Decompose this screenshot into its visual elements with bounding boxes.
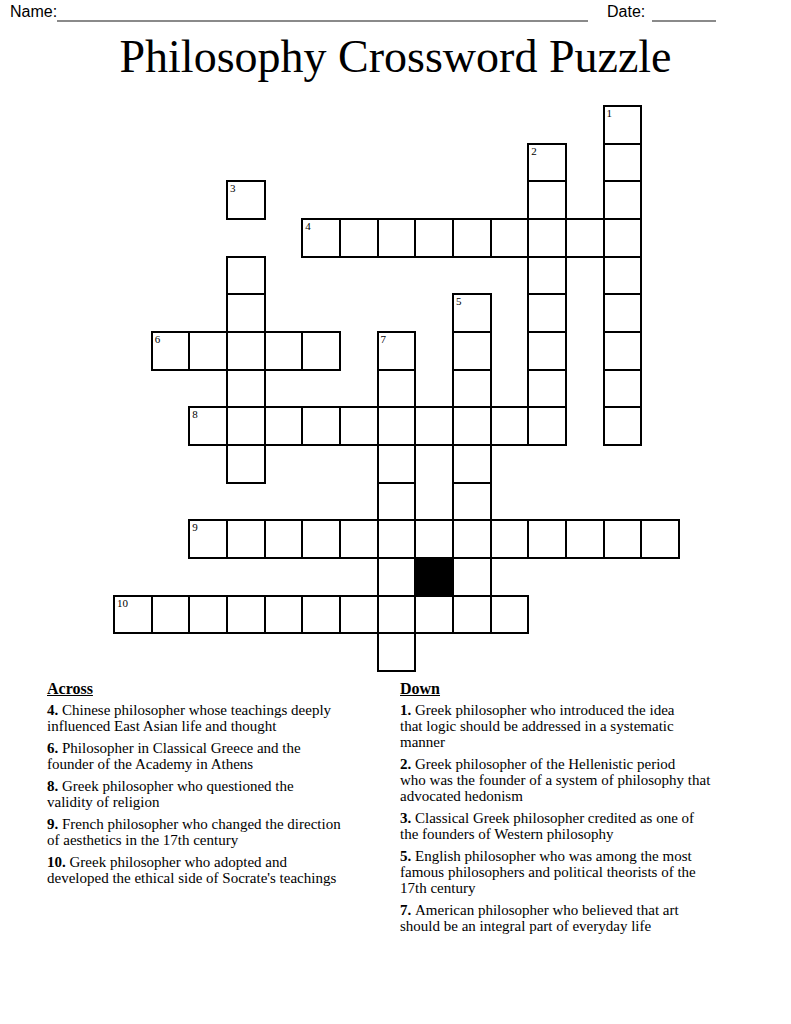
grid-cell-r8-c6[interactable] [339,406,379,446]
clue-number: 1. [400,702,415,718]
grid-cell-r3-c6[interactable] [339,218,379,258]
grid-cell-r11-c2[interactable]: 9 [188,519,228,559]
grid-cell-r13-c10[interactable] [490,595,530,635]
grid-cell-r8-c13[interactable] [603,406,643,446]
clue-across-4: 4. Chinese philosopher whose teachings d… [47,702,397,734]
grid-cell-r13-c9[interactable] [452,595,492,635]
clue-number: 2. [400,756,415,772]
grid-cell-r13-c7[interactable] [377,595,417,635]
clue-text: American philosopher who believed that a… [400,902,679,934]
cell-number-3: 3 [230,182,236,195]
grid-cell-r13-c5[interactable] [301,595,341,635]
grid-cell-r3-c13[interactable] [603,218,643,258]
grid-cell-r10-c7[interactable] [377,482,417,522]
clue-across-9: 9. French philosopher who changed the di… [47,816,397,848]
grid-cell-r11-c5[interactable] [301,519,341,559]
date-input-line[interactable] [652,2,716,22]
grid-cell-r7-c9[interactable] [452,369,492,409]
grid-cell-r5-c9[interactable]: 5 [452,293,492,333]
grid-cell-r6-c4[interactable] [264,331,304,371]
grid-cell-r7-c11[interactable] [527,369,567,409]
grid-cell-r3-c10[interactable] [490,218,530,258]
cell-number-9: 9 [192,521,198,534]
clue-number: 8. [47,778,62,794]
black-cell [414,557,454,597]
grid-cell-r11-c3[interactable] [226,519,266,559]
grid-cell-r11-c7[interactable] [377,519,417,559]
grid-cell-r13-c0[interactable]: 10 [113,595,153,635]
grid-cell-r11-c4[interactable] [264,519,304,559]
clue-text: Greek philosopher who questioned the val… [47,778,294,810]
clue-text: Greek philosopher who adopted and develo… [47,854,336,886]
grid-cell-r14-c7[interactable] [377,632,417,672]
grid-cell-r8-c2[interactable]: 8 [188,406,228,446]
grid-cell-r2-c11[interactable] [527,180,567,220]
cell-number-5: 5 [456,295,462,308]
clue-number: 10. [47,854,70,870]
grid-cell-r10-c9[interactable] [452,482,492,522]
clue-down-5: 5. English philosopher who was among the… [400,848,756,896]
grid-cell-r8-c9[interactable] [452,406,492,446]
clue-down-2: 2. Greek philosopher of the Hellenistic … [400,756,756,804]
grid-cell-r3-c11[interactable] [527,218,567,258]
grid-cell-r4-c11[interactable] [527,256,567,296]
grid-cell-r13-c6[interactable] [339,595,379,635]
grid-cell-r6-c3[interactable] [226,331,266,371]
clue-text: French philosopher who changed the direc… [47,816,341,848]
grid-cell-r6-c1[interactable]: 6 [151,331,191,371]
clue-across-8: 8. Greek philosopher who questioned the … [47,778,397,810]
across-heading: Across [47,681,397,697]
clue-down-7: 7. American philosopher who believed tha… [400,902,756,934]
grid-cell-r3-c8[interactable] [414,218,454,258]
grid-cell-r3-c7[interactable] [377,218,417,258]
name-input-line[interactable] [57,2,588,22]
grid-cell-r6-c5[interactable] [301,331,341,371]
grid-cell-r8-c5[interactable] [301,406,341,446]
date-label: Date: [607,3,645,21]
cell-number-7: 7 [381,333,387,346]
grid-cell-r7-c13[interactable] [603,369,643,409]
grid-cell-r8-c10[interactable] [490,406,530,446]
grid-cell-r4-c13[interactable] [603,256,643,296]
grid-cell-r1-c13[interactable] [603,143,643,183]
grid-cell-r9-c3[interactable] [226,444,266,484]
grid-cell-r8-c7[interactable] [377,406,417,446]
grid-cell-r8-c8[interactable] [414,406,454,446]
grid-cell-r13-c2[interactable] [188,595,228,635]
grid-cell-r11-c11[interactable] [527,519,567,559]
across-clue-list: 4. Chinese philosopher whose teachings d… [47,702,397,886]
clue-down-3: 3. Classical Greek philosopher credited … [400,810,756,842]
grid-cell-r13-c1[interactable] [151,595,191,635]
grid-cell-r13-c8[interactable] [414,595,454,635]
grid-cell-r9-c9[interactable] [452,444,492,484]
page-title: Philosophy Crossword Puzzle [0,30,791,83]
clue-number: 7. [400,902,415,918]
grid-cell-r13-c3[interactable] [226,595,266,635]
grid-cell-r8-c3[interactable] [226,406,266,446]
clue-across-10: 10. Greek philosopher who adopted and de… [47,854,397,886]
cell-number-4: 4 [305,220,311,233]
grid-cell-r3-c9[interactable] [452,218,492,258]
cell-number-1: 1 [607,107,613,120]
cell-number-10: 10 [117,597,128,610]
down-heading: Down [400,681,756,697]
grid-cell-r3-c12[interactable] [565,218,605,258]
clue-text: English philosopher who was among the mo… [400,848,696,896]
across-clues-section: Across 4. Chinese philosopher whose teac… [47,681,397,892]
grid-cell-r13-c4[interactable] [264,595,304,635]
clue-text: Classical Greek philosopher credited as … [400,810,694,842]
clue-text: Greek philosopher who introduced the ide… [400,702,675,750]
grid-cell-r4-c3[interactable] [226,256,266,296]
clue-number: 5. [400,848,415,864]
down-clue-list: 1. Greek philosopher who introduced the … [400,702,756,934]
down-clues-section: Down 1. Greek philosopher who introduced… [400,681,756,940]
worksheet-page: Name: Date: Philosophy Crossword Puzzle … [0,0,791,1024]
grid-cell-r6-c9[interactable] [452,331,492,371]
grid-cell-r6-c2[interactable] [188,331,228,371]
grid-cell-r7-c3[interactable] [226,369,266,409]
grid-cell-r8-c4[interactable] [264,406,304,446]
grid-cell-r5-c13[interactable] [603,293,643,333]
clue-text: Greek philosopher of the Hellenistic per… [400,756,710,804]
name-label: Name: [10,3,57,21]
clue-across-6: 6. Philosopher in Classical Greece and t… [47,740,397,772]
crossword-grid: 12345678910 [114,106,680,672]
grid-cell-r12-c7[interactable] [377,557,417,597]
grid-cell-r11-c8[interactable] [414,519,454,559]
clue-down-1: 1. Greek philosopher who introduced the … [400,702,756,750]
grid-cell-r11-c10[interactable] [490,519,530,559]
grid-cell-r11-c14[interactable] [640,519,680,559]
grid-cell-r6-c7[interactable]: 7 [377,331,417,371]
clue-number: 3. [400,810,415,826]
grid-cell-r12-c9[interactable] [452,557,492,597]
grid-cell-r1-c11[interactable]: 2 [527,143,567,183]
clue-number: 6. [47,740,62,756]
clue-number: 9. [47,816,62,832]
grid-cell-r2-c13[interactable] [603,180,643,220]
grid-cell-r6-c13[interactable] [603,331,643,371]
grid-cell-r11-c9[interactable] [452,519,492,559]
grid-cell-r7-c7[interactable] [377,369,417,409]
grid-cell-r2-c3[interactable]: 3 [226,180,266,220]
clue-text: Chinese philosopher whose teachings deep… [47,702,331,734]
grid-cell-r3-c5[interactable]: 4 [301,218,341,258]
grid-cell-r11-c13[interactable] [603,519,643,559]
grid-cell-r5-c11[interactable] [527,293,567,333]
cell-number-8: 8 [192,408,198,421]
grid-cell-r9-c7[interactable] [377,444,417,484]
grid-cell-r11-c6[interactable] [339,519,379,559]
grid-cell-r11-c12[interactable] [565,519,605,559]
cell-number-2: 2 [531,145,537,158]
grid-cell-r5-c3[interactable] [226,293,266,333]
cell-number-6: 6 [155,333,161,346]
clue-number: 4. [47,702,62,718]
grid-cell-r8-c11[interactable] [527,406,567,446]
clue-text: Philosopher in Classical Greece and the … [47,740,301,772]
grid-cell-r6-c11[interactable] [527,331,567,371]
grid-cell-r0-c13[interactable]: 1 [603,105,643,145]
